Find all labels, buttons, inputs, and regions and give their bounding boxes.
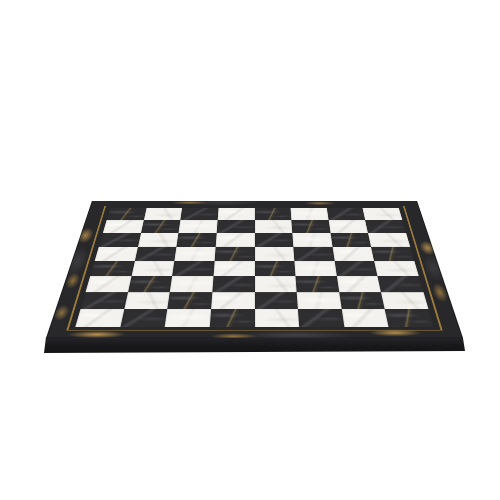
board-square: [291, 220, 330, 233]
board-square: [172, 261, 214, 276]
board-square: [291, 208, 329, 220]
board-square: [371, 247, 414, 261]
board-square: [95, 247, 138, 261]
board-square: [255, 247, 295, 261]
board-square: [107, 208, 147, 220]
board-square: [330, 233, 371, 247]
board-square: [212, 276, 254, 292]
board-square: [381, 292, 428, 309]
board-square: [144, 208, 183, 220]
board-square: [120, 309, 167, 327]
board-square: [294, 261, 336, 276]
board-square: [216, 233, 255, 247]
board-square: [175, 247, 216, 261]
board-square: [328, 220, 368, 233]
board-square: [293, 247, 334, 261]
board-square: [337, 276, 382, 292]
board-square: [368, 233, 410, 247]
board-square: [210, 309, 255, 327]
board-square: [165, 309, 211, 327]
board-square: [181, 208, 219, 220]
board-square: [378, 276, 424, 292]
board-square: [385, 309, 434, 327]
board-square: [103, 220, 144, 233]
board-square: [334, 261, 377, 276]
board-square: [124, 292, 170, 309]
board-square: [215, 247, 255, 261]
board-square: [255, 220, 293, 233]
board-square: [177, 233, 217, 247]
board-square: [255, 208, 292, 220]
board-square: [90, 261, 134, 276]
board-square: [255, 233, 294, 247]
board-square: [339, 292, 385, 309]
board-side-edge: [42, 337, 468, 357]
board-square: [131, 261, 174, 276]
board-square: [292, 233, 332, 247]
chess-board: [46, 201, 463, 338]
board-square: [75, 309, 124, 327]
board-square: [217, 220, 255, 233]
board-square: [80, 292, 127, 309]
product-photo-background: [0, 0, 500, 500]
board-marble-border: [46, 201, 463, 338]
board-square: [211, 292, 255, 309]
board-square: [298, 309, 344, 327]
board-square: [213, 261, 254, 276]
board-square: [342, 309, 389, 327]
board-field: [75, 208, 434, 327]
board-square: [255, 292, 299, 309]
board-square: [374, 261, 418, 276]
board-square: [99, 233, 141, 247]
board-square: [327, 208, 366, 220]
board-square: [255, 261, 296, 276]
board-square: [363, 208, 403, 220]
board-square: [85, 276, 131, 292]
board-square: [167, 292, 212, 309]
board-square: [297, 292, 342, 309]
board-square: [170, 276, 213, 292]
board-square: [296, 276, 339, 292]
board-square: [365, 220, 406, 233]
board-square: [255, 309, 300, 327]
board-square: [138, 233, 179, 247]
board-square: [179, 220, 218, 233]
board-square: [141, 220, 181, 233]
board-square: [332, 247, 374, 261]
board-square: [135, 247, 177, 261]
board-square: [128, 276, 173, 292]
board-square: [255, 276, 297, 292]
board-square: [218, 208, 255, 220]
